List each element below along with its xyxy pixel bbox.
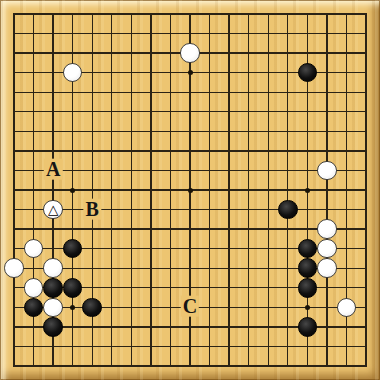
triangle-mark-icon: △ — [48, 202, 58, 216]
black-stone[interactable] — [298, 278, 318, 298]
star-point — [305, 188, 310, 193]
star-point — [305, 305, 310, 310]
black-stone[interactable] — [82, 298, 102, 318]
black-stone[interactable] — [63, 278, 83, 298]
black-stone[interactable] — [43, 317, 63, 337]
grid-line-vertical — [248, 13, 249, 367]
white-stone[interactable] — [43, 298, 63, 318]
star-point — [70, 305, 75, 310]
black-stone[interactable] — [298, 63, 318, 83]
black-stone[interactable] — [298, 258, 318, 278]
white-stone[interactable] — [317, 239, 337, 259]
go-diagram: △ABC — [0, 0, 380, 380]
star-point — [188, 70, 193, 75]
grid-line-vertical — [287, 13, 288, 367]
black-stone[interactable] — [298, 239, 318, 259]
grid-line-horizontal — [13, 346, 367, 347]
grid-line-vertical — [209, 13, 210, 367]
black-stone[interactable] — [278, 200, 298, 220]
grid-line-vertical — [365, 13, 367, 367]
white-stone[interactable] — [4, 258, 24, 278]
black-stone[interactable] — [24, 298, 44, 318]
grid-line-vertical — [228, 13, 229, 367]
grid-line-horizontal — [13, 228, 367, 229]
white-stone[interactable] — [317, 258, 337, 278]
white-stone[interactable] — [24, 239, 44, 259]
black-stone[interactable] — [43, 278, 63, 298]
white-stone[interactable] — [43, 258, 63, 278]
grid-line-vertical — [268, 13, 269, 367]
star-point — [188, 188, 193, 193]
white-stone[interactable] — [24, 278, 44, 298]
white-stone[interactable] — [63, 63, 83, 83]
white-stone[interactable] — [180, 43, 200, 63]
white-stone[interactable] — [317, 161, 337, 181]
black-stone[interactable] — [298, 317, 318, 337]
grid-line-vertical — [326, 13, 327, 367]
white-stone[interactable] — [337, 298, 357, 318]
point-label-b[interactable]: B — [84, 198, 101, 219]
go-board[interactable]: △ABC — [0, 0, 380, 380]
white-stone[interactable]: △ — [43, 200, 63, 220]
grid-line-horizontal — [13, 365, 367, 367]
star-point — [70, 188, 75, 193]
point-label-c[interactable]: C — [181, 296, 199, 317]
point-label-a[interactable]: A — [44, 159, 62, 180]
white-stone[interactable] — [317, 219, 337, 239]
grid-line-horizontal — [13, 209, 367, 210]
black-stone[interactable] — [63, 239, 83, 259]
